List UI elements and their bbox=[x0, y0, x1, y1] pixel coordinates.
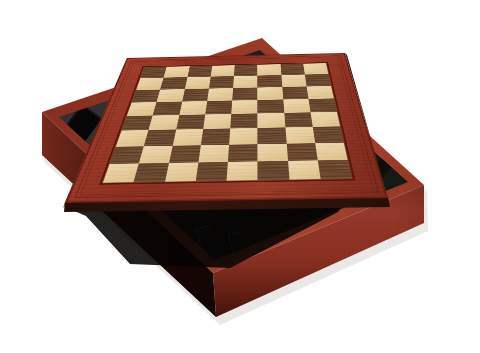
square-h4 bbox=[310, 112, 340, 127]
square-e3 bbox=[229, 128, 258, 144]
square-h8 bbox=[303, 63, 328, 74]
square-c6 bbox=[182, 88, 209, 101]
square-g8 bbox=[280, 64, 304, 75]
square-h2 bbox=[315, 142, 348, 160]
square-f5 bbox=[258, 99, 284, 113]
square-g7 bbox=[281, 75, 306, 87]
chess-set-photo bbox=[0, 0, 480, 353]
square-d2 bbox=[198, 144, 229, 162]
square-g6 bbox=[282, 86, 308, 99]
square-h7 bbox=[305, 74, 331, 86]
square-e7 bbox=[233, 76, 257, 88]
square-f6 bbox=[257, 87, 282, 100]
square-c2 bbox=[169, 145, 201, 163]
square-d5 bbox=[205, 100, 232, 114]
square-d7 bbox=[209, 76, 234, 88]
square-b5 bbox=[153, 101, 182, 115]
square-b4 bbox=[149, 115, 179, 130]
square-f1 bbox=[258, 161, 289, 180]
square-f2 bbox=[258, 143, 288, 161]
square-f3 bbox=[258, 128, 287, 144]
square-d6 bbox=[207, 88, 233, 101]
square-g4 bbox=[284, 112, 313, 127]
square-d8 bbox=[210, 65, 234, 76]
square-b3 bbox=[144, 130, 176, 146]
square-c5 bbox=[179, 101, 207, 115]
square-d3 bbox=[201, 129, 231, 145]
board-squares bbox=[103, 63, 352, 182]
square-e1 bbox=[227, 161, 258, 180]
square-e5 bbox=[231, 100, 257, 114]
square-d1 bbox=[195, 162, 227, 181]
square-c7 bbox=[185, 77, 211, 89]
square-b6 bbox=[157, 89, 185, 102]
square-g1 bbox=[288, 160, 321, 179]
square-c3 bbox=[172, 129, 203, 145]
square-e6 bbox=[232, 87, 257, 100]
square-g2 bbox=[286, 143, 317, 161]
square-f4 bbox=[258, 113, 285, 128]
square-g5 bbox=[283, 99, 310, 113]
square-h3 bbox=[313, 126, 344, 142]
square-c8 bbox=[187, 66, 212, 77]
square-f7 bbox=[257, 75, 281, 87]
square-g3 bbox=[285, 127, 315, 143]
square-f8 bbox=[257, 64, 281, 75]
square-c4 bbox=[176, 114, 205, 129]
square-b8 bbox=[164, 66, 190, 77]
square-b7 bbox=[160, 77, 187, 89]
square-d4 bbox=[203, 114, 231, 129]
chess-board bbox=[65, 53, 388, 203]
square-e8 bbox=[234, 65, 258, 76]
square-b1 bbox=[134, 163, 169, 182]
square-h6 bbox=[306, 86, 333, 99]
square-e2 bbox=[228, 144, 258, 162]
square-b2 bbox=[139, 146, 172, 164]
square-c1 bbox=[165, 162, 199, 181]
square-h5 bbox=[308, 98, 337, 112]
square-e4 bbox=[230, 113, 257, 128]
square-h1 bbox=[318, 160, 352, 179]
